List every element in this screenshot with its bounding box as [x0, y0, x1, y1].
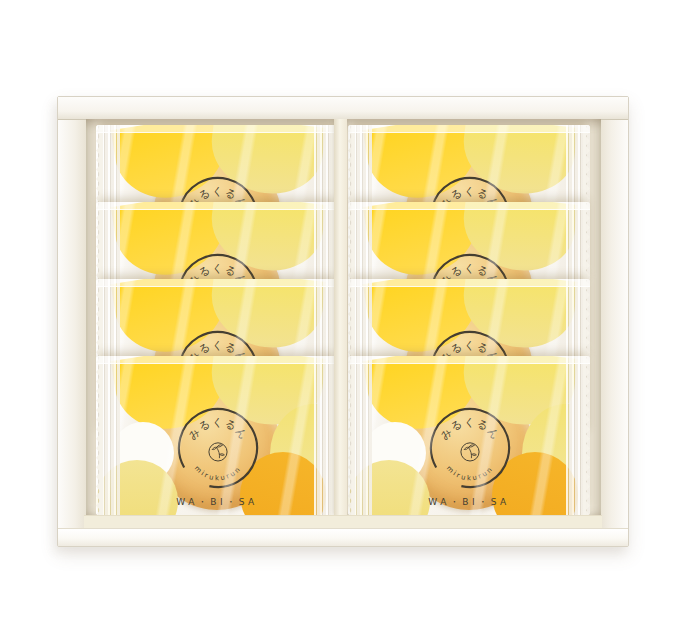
logo-text-jp: みるくるん: [186, 416, 251, 443]
cookie-logo: みるくるん mirukurun: [176, 406, 260, 490]
cookie-column-left: みるくるん mirukurun WA・BI・SA: [96, 125, 338, 515]
box-top-rim: [58, 97, 628, 120]
logo-text-romaji: mirukurun: [193, 464, 243, 482]
crimp-edge-right: [566, 356, 590, 515]
logo-text-romaji: mirukurun: [445, 464, 495, 482]
cookie-packet: みるくるん mirukurun WA・BI・SA: [96, 356, 338, 515]
logo-text-jp: みるくるん: [438, 416, 503, 443]
box-front-wall: [58, 528, 628, 546]
serrated-edge-icon: [583, 356, 590, 515]
box-left-wall: [58, 97, 86, 546]
serrated-edge-icon: [96, 356, 103, 515]
center-divider: [334, 119, 347, 515]
brand-label: WA・BI・SA: [96, 496, 338, 509]
sprig-emblem-icon: [461, 443, 479, 461]
crimp-edge-left: [96, 356, 120, 515]
sprig-emblem-icon: [209, 443, 227, 461]
box-opening: みるくるん mirukurun WA・BI・SA: [86, 119, 601, 515]
crimp-edge-left: [348, 356, 372, 515]
serrated-edge-icon: [348, 356, 355, 515]
brand-label: WA・BI・SA: [348, 496, 590, 509]
cookie-logo: みるくるん mirukurun: [428, 406, 512, 490]
cookie-packet: みるくるん mirukurun WA・BI・SA: [348, 356, 590, 515]
product-photo: みるくるん mirukurun WA・BI・SA: [0, 0, 680, 621]
cookie-column-right: みるくるん mirukurun WA・BI・SA: [348, 125, 590, 515]
box-right-wall: [600, 97, 628, 546]
gift-box: みるくるん mirukurun WA・BI・SA: [57, 96, 629, 547]
